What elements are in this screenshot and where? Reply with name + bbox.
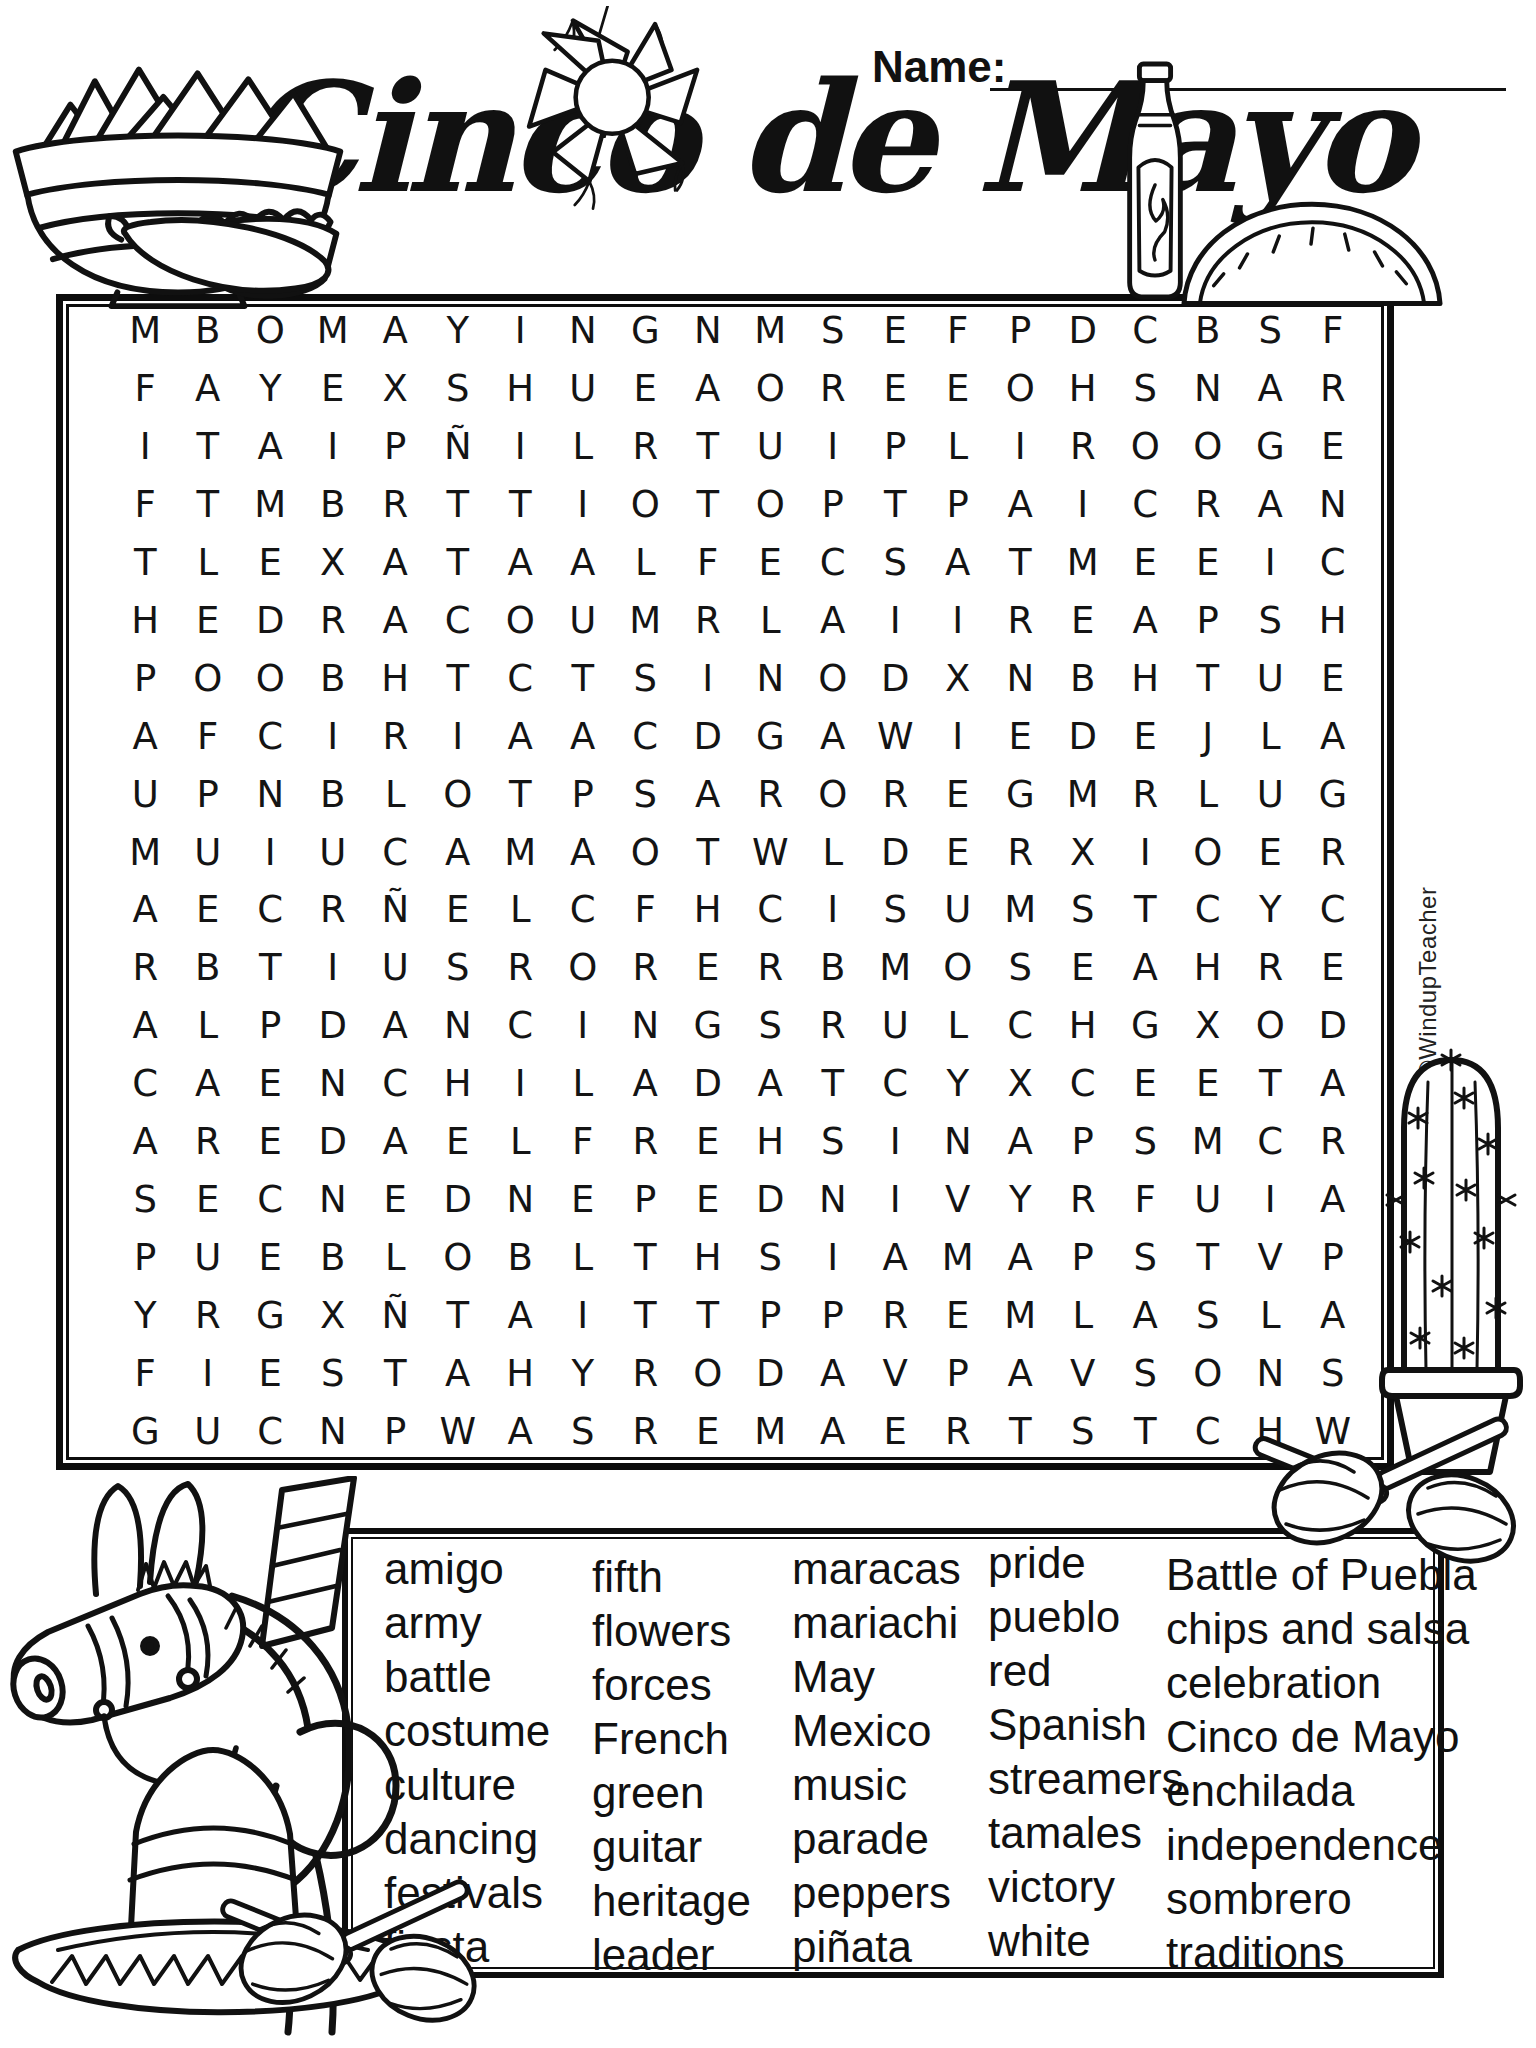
grid-cell[interactable]: F bbox=[114, 360, 177, 418]
grid-cell[interactable]: C bbox=[1114, 302, 1177, 360]
grid-cell[interactable]: R bbox=[302, 592, 365, 650]
grid-cell[interactable]: T bbox=[177, 418, 240, 476]
grid-cell[interactable]: I bbox=[239, 823, 302, 881]
grid-cell[interactable]: E bbox=[1239, 823, 1302, 881]
grid-cell[interactable]: Y bbox=[989, 1171, 1052, 1229]
grid-cell[interactable]: O bbox=[614, 476, 677, 534]
grid-cell[interactable]: U bbox=[302, 823, 365, 881]
grid-cell[interactable]: T bbox=[614, 1228, 677, 1286]
grid-cell[interactable]: P bbox=[114, 649, 177, 707]
grid-cell[interactable]: I bbox=[1114, 823, 1177, 881]
grid-cell[interactable]: F bbox=[114, 1344, 177, 1402]
grid-cell[interactable]: A bbox=[364, 1113, 427, 1171]
grid-cell[interactable]: E bbox=[1114, 1055, 1177, 1113]
grid-cell[interactable]: P bbox=[739, 1286, 802, 1344]
grid-cell[interactable]: C bbox=[802, 534, 865, 592]
grid-cell[interactable]: X bbox=[989, 1055, 1052, 1113]
grid-cell[interactable]: H bbox=[364, 649, 427, 707]
grid-cell[interactable]: N bbox=[614, 997, 677, 1055]
grid-cell[interactable]: P bbox=[1052, 1113, 1115, 1171]
grid-cell[interactable]: R bbox=[864, 1286, 927, 1344]
grid-cell[interactable]: S bbox=[739, 1228, 802, 1286]
grid-cell[interactable]: R bbox=[739, 765, 802, 823]
grid-cell[interactable]: A bbox=[177, 360, 240, 418]
grid-cell[interactable]: A bbox=[177, 1055, 240, 1113]
grid-cell[interactable]: I bbox=[864, 1113, 927, 1171]
grid-cell[interactable]: L bbox=[489, 1113, 552, 1171]
grid-cell[interactable]: C bbox=[552, 881, 615, 939]
grid-cell[interactable]: R bbox=[1302, 1113, 1365, 1171]
grid-cell[interactable]: M bbox=[739, 1402, 802, 1460]
grid-cell[interactable]: G bbox=[1302, 765, 1365, 823]
grid-cell[interactable]: C bbox=[114, 1055, 177, 1113]
grid-cell[interactable]: P bbox=[927, 476, 990, 534]
grid-cell[interactable]: C bbox=[239, 881, 302, 939]
grid-cell[interactable]: H bbox=[677, 1228, 740, 1286]
grid-cell[interactable]: N bbox=[302, 1055, 365, 1113]
grid-cell[interactable]: V bbox=[927, 1171, 990, 1229]
grid-cell[interactable]: A bbox=[927, 534, 990, 592]
grid-cell[interactable]: A bbox=[489, 534, 552, 592]
grid-cell[interactable]: M bbox=[114, 302, 177, 360]
grid-cell[interactable]: P bbox=[802, 476, 865, 534]
grid-cell[interactable]: E bbox=[927, 765, 990, 823]
grid-cell[interactable]: O bbox=[1239, 997, 1302, 1055]
grid-cell[interactable]: I bbox=[552, 476, 615, 534]
grid-cell[interactable]: L bbox=[364, 1228, 427, 1286]
grid-cell[interactable]: O bbox=[1177, 823, 1240, 881]
grid-cell[interactable]: E bbox=[1177, 534, 1240, 592]
grid-cell[interactable]: I bbox=[489, 418, 552, 476]
grid-cell[interactable]: C bbox=[1052, 1055, 1115, 1113]
grid-cell[interactable]: E bbox=[239, 1228, 302, 1286]
grid-cell[interactable]: N bbox=[302, 1402, 365, 1460]
grid-cell[interactable]: R bbox=[802, 360, 865, 418]
grid-cell[interactable]: R bbox=[1052, 418, 1115, 476]
grid-cell[interactable]: U bbox=[114, 765, 177, 823]
grid-cell[interactable]: F bbox=[677, 534, 740, 592]
grid-cell[interactable]: A bbox=[239, 418, 302, 476]
grid-cell[interactable]: O bbox=[739, 360, 802, 418]
grid-cell[interactable]: S bbox=[1177, 1286, 1240, 1344]
grid-cell[interactable]: S bbox=[427, 360, 490, 418]
grid-cell[interactable]: W bbox=[864, 707, 927, 765]
grid-cell[interactable]: A bbox=[364, 997, 427, 1055]
grid-cell[interactable]: S bbox=[1114, 1113, 1177, 1171]
grid-cell[interactable]: H bbox=[489, 360, 552, 418]
grid-cell[interactable]: I bbox=[552, 1286, 615, 1344]
grid-cell[interactable]: D bbox=[302, 997, 365, 1055]
grid-cell[interactable]: S bbox=[739, 997, 802, 1055]
grid-cell[interactable]: S bbox=[802, 1113, 865, 1171]
grid-cell[interactable]: T bbox=[989, 534, 1052, 592]
grid-cell[interactable]: O bbox=[427, 765, 490, 823]
grid-cell[interactable]: E bbox=[927, 823, 990, 881]
grid-cell[interactable]: X bbox=[927, 649, 990, 707]
grid-cell[interactable]: O bbox=[239, 302, 302, 360]
grid-cell[interactable]: H bbox=[427, 1055, 490, 1113]
grid-cell[interactable]: R bbox=[364, 476, 427, 534]
grid-cell[interactable]: C bbox=[489, 997, 552, 1055]
grid-cell[interactable]: X bbox=[364, 360, 427, 418]
grid-cell[interactable]: U bbox=[1177, 1171, 1240, 1229]
grid-cell[interactable]: D bbox=[239, 592, 302, 650]
grid-cell[interactable]: I bbox=[489, 1055, 552, 1113]
grid-cell[interactable]: R bbox=[927, 1402, 990, 1460]
grid-cell[interactable]: S bbox=[1114, 1344, 1177, 1402]
grid-cell[interactable]: T bbox=[989, 1402, 1052, 1460]
grid-cell[interactable]: F bbox=[1302, 302, 1365, 360]
grid-cell[interactable]: H bbox=[1177, 939, 1240, 997]
grid-cell[interactable]: L bbox=[364, 765, 427, 823]
grid-cell[interactable]: M bbox=[1177, 1113, 1240, 1171]
grid-cell[interactable]: Y bbox=[1239, 881, 1302, 939]
grid-cell[interactable]: R bbox=[177, 1286, 240, 1344]
grid-cell[interactable]: S bbox=[864, 534, 927, 592]
grid-cell[interactable]: L bbox=[927, 997, 990, 1055]
grid-cell[interactable]: A bbox=[1114, 1286, 1177, 1344]
grid-cell[interactable]: T bbox=[1114, 1402, 1177, 1460]
grid-cell[interactable]: E bbox=[239, 1113, 302, 1171]
grid-cell[interactable]: D bbox=[302, 1113, 365, 1171]
grid-cell[interactable]: P bbox=[239, 997, 302, 1055]
grid-cell[interactable]: E bbox=[989, 707, 1052, 765]
grid-cell[interactable]: O bbox=[427, 1228, 490, 1286]
grid-cell[interactable]: T bbox=[614, 1286, 677, 1344]
grid-cell[interactable]: O bbox=[489, 592, 552, 650]
grid-cell[interactable]: R bbox=[802, 997, 865, 1055]
grid-cell[interactable]: P bbox=[802, 1286, 865, 1344]
grid-cell[interactable]: S bbox=[427, 939, 490, 997]
grid-cell[interactable]: L bbox=[802, 823, 865, 881]
grid-cell[interactable]: R bbox=[614, 1113, 677, 1171]
grid-cell[interactable]: H bbox=[1052, 997, 1115, 1055]
grid-cell[interactable]: H bbox=[489, 1344, 552, 1402]
grid-cell[interactable]: L bbox=[1239, 707, 1302, 765]
grid-cell[interactable]: E bbox=[1114, 534, 1177, 592]
grid-cell[interactable]: P bbox=[864, 418, 927, 476]
grid-cell[interactable]: P bbox=[114, 1228, 177, 1286]
grid-cell[interactable]: X bbox=[302, 1286, 365, 1344]
grid-cell[interactable]: D bbox=[1302, 997, 1365, 1055]
grid-cell[interactable]: R bbox=[989, 823, 1052, 881]
grid-cell[interactable]: S bbox=[114, 1171, 177, 1229]
grid-cell[interactable]: M bbox=[739, 302, 802, 360]
grid-cell[interactable]: E bbox=[927, 1286, 990, 1344]
grid-cell[interactable]: M bbox=[489, 823, 552, 881]
grid-cell[interactable]: B bbox=[177, 302, 240, 360]
grid-cell[interactable]: S bbox=[989, 939, 1052, 997]
grid-cell[interactable]: G bbox=[114, 1402, 177, 1460]
grid-cell[interactable]: T bbox=[364, 1344, 427, 1402]
grid-cell[interactable]: F bbox=[614, 881, 677, 939]
grid-cell[interactable]: T bbox=[802, 1055, 865, 1113]
grid-cell[interactable]: R bbox=[614, 1402, 677, 1460]
grid-cell[interactable]: E bbox=[1177, 1055, 1240, 1113]
grid-cell[interactable]: B bbox=[302, 476, 365, 534]
grid-cell[interactable]: C bbox=[239, 1171, 302, 1229]
grid-cell[interactable]: M bbox=[927, 1228, 990, 1286]
grid-cell[interactable]: R bbox=[739, 939, 802, 997]
grid-cell[interactable]: M bbox=[114, 823, 177, 881]
grid-cell[interactable]: A bbox=[614, 1055, 677, 1113]
grid-cell[interactable]: B bbox=[802, 939, 865, 997]
grid-cell[interactable]: E bbox=[177, 881, 240, 939]
grid-cell[interactable]: E bbox=[864, 1402, 927, 1460]
grid-cell[interactable]: D bbox=[739, 1171, 802, 1229]
grid-cell[interactable]: B bbox=[302, 649, 365, 707]
grid-cell[interactable]: P bbox=[364, 418, 427, 476]
grid-cell[interactable]: A bbox=[802, 592, 865, 650]
grid-cell[interactable]: B bbox=[302, 1228, 365, 1286]
grid-cell[interactable]: L bbox=[552, 1055, 615, 1113]
grid-cell[interactable]: U bbox=[1239, 765, 1302, 823]
grid-cell[interactable]: C bbox=[1114, 476, 1177, 534]
grid-cell[interactable]: T bbox=[239, 939, 302, 997]
grid-cell[interactable]: D bbox=[677, 1055, 740, 1113]
grid-cell[interactable]: W bbox=[739, 823, 802, 881]
grid-cell[interactable]: N bbox=[302, 1171, 365, 1229]
grid-cell[interactable]: C bbox=[1302, 534, 1365, 592]
grid-cell[interactable]: L bbox=[552, 418, 615, 476]
grid-cell[interactable]: B bbox=[177, 939, 240, 997]
grid-cell[interactable]: A bbox=[1239, 360, 1302, 418]
grid-cell[interactable]: X bbox=[1052, 823, 1115, 881]
grid-cell[interactable]: L bbox=[927, 418, 990, 476]
grid-cell[interactable]: S bbox=[1052, 1402, 1115, 1460]
grid-cell[interactable]: R bbox=[864, 765, 927, 823]
grid-cell[interactable]: X bbox=[302, 534, 365, 592]
grid-cell[interactable]: M bbox=[864, 939, 927, 997]
grid-cell[interactable]: R bbox=[114, 939, 177, 997]
grid-cell[interactable]: C bbox=[989, 997, 1052, 1055]
grid-cell[interactable]: U bbox=[177, 823, 240, 881]
grid-cell[interactable]: C bbox=[364, 1055, 427, 1113]
grid-cell[interactable]: O bbox=[1177, 418, 1240, 476]
grid-cell[interactable]: D bbox=[739, 1344, 802, 1402]
grid-cell[interactable]: V bbox=[1052, 1344, 1115, 1402]
grid-cell[interactable]: A bbox=[802, 1402, 865, 1460]
grid-cell[interactable]: I bbox=[802, 881, 865, 939]
grid-cell[interactable]: P bbox=[364, 1402, 427, 1460]
grid-cell[interactable]: I bbox=[677, 649, 740, 707]
grid-cell[interactable]: E bbox=[427, 1113, 490, 1171]
grid-cell[interactable]: O bbox=[927, 939, 990, 997]
grid-cell[interactable]: R bbox=[614, 1344, 677, 1402]
grid-cell[interactable]: E bbox=[427, 881, 490, 939]
grid-cell[interactable]: E bbox=[677, 1171, 740, 1229]
grid-cell[interactable]: Ñ bbox=[364, 881, 427, 939]
grid-cell[interactable]: A bbox=[1302, 1055, 1365, 1113]
grid-cell[interactable]: I bbox=[177, 1344, 240, 1402]
grid-cell[interactable]: A bbox=[552, 534, 615, 592]
grid-cell[interactable]: G bbox=[1239, 418, 1302, 476]
grid-cell[interactable]: T bbox=[677, 476, 740, 534]
grid-cell[interactable]: V bbox=[1239, 1228, 1302, 1286]
grid-cell[interactable]: V bbox=[864, 1344, 927, 1402]
grid-cell[interactable]: H bbox=[114, 592, 177, 650]
grid-cell[interactable]: F bbox=[114, 476, 177, 534]
grid-cell[interactable]: T bbox=[677, 823, 740, 881]
grid-cell[interactable]: A bbox=[989, 1113, 1052, 1171]
grid-cell[interactable]: C bbox=[739, 881, 802, 939]
grid-cell[interactable]: O bbox=[677, 1344, 740, 1402]
grid-cell[interactable]: P bbox=[1302, 1228, 1365, 1286]
grid-cell[interactable]: C bbox=[239, 1402, 302, 1460]
grid-cell[interactable]: T bbox=[177, 476, 240, 534]
grid-cell[interactable]: E bbox=[677, 1402, 740, 1460]
grid-cell[interactable]: S bbox=[1239, 302, 1302, 360]
grid-cell[interactable]: T bbox=[427, 534, 490, 592]
grid-cell[interactable]: R bbox=[177, 1113, 240, 1171]
grid-cell[interactable]: G bbox=[614, 302, 677, 360]
grid-cell[interactable]: I bbox=[114, 418, 177, 476]
grid-cell[interactable]: A bbox=[427, 823, 490, 881]
grid-cell[interactable]: M bbox=[989, 881, 1052, 939]
grid-cell[interactable]: D bbox=[1052, 707, 1115, 765]
grid-cell[interactable]: G bbox=[239, 1286, 302, 1344]
grid-cell[interactable]: A bbox=[114, 1113, 177, 1171]
grid-cell[interactable]: I bbox=[302, 707, 365, 765]
grid-cell[interactable]: P bbox=[989, 302, 1052, 360]
grid-cell[interactable]: R bbox=[614, 939, 677, 997]
grid-cell[interactable]: N bbox=[552, 302, 615, 360]
grid-cell[interactable]: L bbox=[1052, 1286, 1115, 1344]
grid-cell[interactable]: I bbox=[927, 707, 990, 765]
grid-cell[interactable]: O bbox=[739, 476, 802, 534]
grid-cell[interactable]: T bbox=[489, 476, 552, 534]
grid-cell[interactable]: E bbox=[177, 1171, 240, 1229]
grid-cell[interactable]: A bbox=[114, 881, 177, 939]
grid-cell[interactable]: E bbox=[864, 302, 927, 360]
grid-cell[interactable]: H bbox=[739, 1113, 802, 1171]
grid-cell[interactable]: P bbox=[614, 1171, 677, 1229]
grid-cell[interactable]: R bbox=[489, 939, 552, 997]
grid-cell[interactable]: O bbox=[239, 649, 302, 707]
grid-cell[interactable]: U bbox=[864, 997, 927, 1055]
grid-cell[interactable]: O bbox=[177, 649, 240, 707]
grid-cell[interactable]: P bbox=[552, 765, 615, 823]
grid-cell[interactable]: S bbox=[302, 1344, 365, 1402]
grid-cell[interactable]: R bbox=[989, 592, 1052, 650]
grid-cell[interactable]: D bbox=[864, 649, 927, 707]
grid-cell[interactable]: T bbox=[427, 649, 490, 707]
grid-cell[interactable]: O bbox=[989, 360, 1052, 418]
grid-cell[interactable]: T bbox=[489, 765, 552, 823]
grid-cell[interactable]: E bbox=[614, 360, 677, 418]
grid-cell[interactable]: E bbox=[677, 1113, 740, 1171]
grid-cell[interactable]: F bbox=[177, 707, 240, 765]
grid-cell[interactable]: T bbox=[864, 476, 927, 534]
grid-cell[interactable]: E bbox=[552, 1171, 615, 1229]
grid-cell[interactable]: U bbox=[364, 939, 427, 997]
grid-cell[interactable]: N bbox=[489, 1171, 552, 1229]
grid-cell[interactable]: N bbox=[739, 649, 802, 707]
grid-cell[interactable]: A bbox=[1114, 939, 1177, 997]
grid-cell[interactable]: A bbox=[364, 534, 427, 592]
grid-cell[interactable]: E bbox=[1052, 592, 1115, 650]
grid-cell[interactable]: M bbox=[989, 1286, 1052, 1344]
grid-cell[interactable]: B bbox=[1052, 649, 1115, 707]
grid-cell[interactable]: E bbox=[177, 592, 240, 650]
grid-cell[interactable]: A bbox=[1302, 707, 1365, 765]
grid-cell[interactable]: I bbox=[427, 707, 490, 765]
grid-cell[interactable]: U bbox=[177, 1402, 240, 1460]
grid-cell[interactable]: R bbox=[1052, 1171, 1115, 1229]
grid-cell[interactable]: U bbox=[552, 360, 615, 418]
grid-cell[interactable]: A bbox=[427, 1344, 490, 1402]
grid-cell[interactable]: T bbox=[677, 418, 740, 476]
grid-cell[interactable]: G bbox=[1114, 997, 1177, 1055]
grid-cell[interactable]: G bbox=[677, 997, 740, 1055]
grid-cell[interactable]: A bbox=[489, 1286, 552, 1344]
grid-cell[interactable]: A bbox=[364, 592, 427, 650]
grid-cell[interactable]: U bbox=[1239, 649, 1302, 707]
grid-cell[interactable]: P bbox=[1177, 592, 1240, 650]
grid-cell[interactable]: R bbox=[364, 707, 427, 765]
grid-cell[interactable]: R bbox=[1239, 939, 1302, 997]
grid-cell[interactable]: O bbox=[802, 765, 865, 823]
grid-cell[interactable]: R bbox=[1114, 765, 1177, 823]
grid-cell[interactable]: R bbox=[1302, 360, 1365, 418]
grid-cell[interactable]: X bbox=[1177, 997, 1240, 1055]
grid-cell[interactable]: S bbox=[1052, 881, 1115, 939]
grid-cell[interactable]: O bbox=[1114, 418, 1177, 476]
grid-cell[interactable]: L bbox=[552, 1228, 615, 1286]
grid-cell[interactable]: S bbox=[864, 881, 927, 939]
grid-cell[interactable]: L bbox=[177, 534, 240, 592]
grid-cell[interactable]: E bbox=[739, 534, 802, 592]
grid-cell[interactable]: I bbox=[1052, 476, 1115, 534]
grid-cell[interactable]: B bbox=[489, 1228, 552, 1286]
grid-cell[interactable]: R bbox=[614, 418, 677, 476]
grid-cell[interactable]: A bbox=[489, 707, 552, 765]
grid-cell[interactable]: T bbox=[427, 476, 490, 534]
grid-cell[interactable]: C bbox=[1177, 1402, 1240, 1460]
grid-cell[interactable]: G bbox=[989, 765, 1052, 823]
grid-cell[interactable]: T bbox=[1239, 1055, 1302, 1113]
grid-cell[interactable]: T bbox=[114, 534, 177, 592]
grid-cell[interactable]: A bbox=[989, 1344, 1052, 1402]
grid-cell[interactable]: C bbox=[1239, 1113, 1302, 1171]
grid-cell[interactable]: O bbox=[1177, 1344, 1240, 1402]
grid-cell[interactable]: Y bbox=[927, 1055, 990, 1113]
grid-cell[interactable]: U bbox=[552, 592, 615, 650]
grid-cell[interactable]: O bbox=[614, 823, 677, 881]
grid-cell[interactable]: I bbox=[927, 592, 990, 650]
grid-cell[interactable]: N bbox=[1302, 476, 1365, 534]
grid-cell[interactable]: M bbox=[1052, 534, 1115, 592]
grid-cell[interactable]: I bbox=[864, 1171, 927, 1229]
grid-cell[interactable]: M bbox=[239, 476, 302, 534]
grid-cell[interactable]: D bbox=[427, 1171, 490, 1229]
grid-cell[interactable]: A bbox=[114, 707, 177, 765]
grid-cell[interactable]: E bbox=[1302, 939, 1365, 997]
grid-cell[interactable]: T bbox=[552, 649, 615, 707]
grid-cell[interactable]: A bbox=[1302, 1286, 1365, 1344]
grid-cell[interactable]: N bbox=[677, 302, 740, 360]
grid-cell[interactable]: A bbox=[1114, 592, 1177, 650]
grid-cell[interactable]: O bbox=[802, 649, 865, 707]
grid-cell[interactable]: A bbox=[802, 1344, 865, 1402]
grid-cell[interactable]: E bbox=[239, 1055, 302, 1113]
grid-cell[interactable]: E bbox=[927, 360, 990, 418]
grid-cell[interactable]: N bbox=[989, 649, 1052, 707]
grid-cell[interactable]: Y bbox=[552, 1344, 615, 1402]
grid-cell[interactable]: U bbox=[177, 1228, 240, 1286]
grid-cell[interactable]: A bbox=[489, 1402, 552, 1460]
grid-cell[interactable]: S bbox=[1114, 360, 1177, 418]
